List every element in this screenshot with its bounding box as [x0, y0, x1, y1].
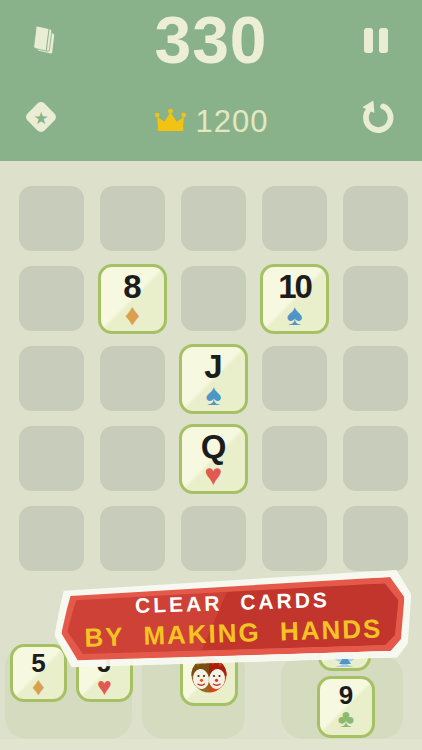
heart-suit-icon: ♥	[205, 460, 223, 490]
board-cell	[262, 426, 327, 491]
club-suit-icon: ♣	[338, 706, 354, 731]
board-card-J-spade[interactable]: J♠	[179, 344, 248, 414]
tray-card-9-club[interactable]: 9♣	[317, 676, 375, 738]
board-cell	[19, 266, 84, 331]
banner-text: CLEAR CARDS BY MAKING HANDS	[53, 569, 414, 668]
goal-value: 1200	[196, 104, 269, 140]
board-cell	[181, 506, 246, 571]
board-cell	[19, 346, 84, 411]
board-cell	[262, 506, 327, 571]
board-cell	[100, 426, 165, 491]
board-cell	[343, 346, 408, 411]
board-cell	[19, 426, 84, 491]
undo-button[interactable]	[358, 100, 396, 134]
pause-icon	[379, 28, 388, 53]
board-cell	[100, 346, 165, 411]
spade-suit-icon: ♠	[287, 300, 303, 330]
board-cell	[181, 186, 246, 251]
board-card-10-spade[interactable]: 10♠	[260, 264, 329, 334]
diamond-suit-icon: ♦	[32, 674, 45, 699]
pause-button[interactable]	[364, 28, 396, 54]
board-cell	[343, 186, 408, 251]
banner-line-2: BY MAKING HANDS	[84, 613, 383, 653]
tutorial-banner: CLEAR CARDS BY MAKING HANDS	[53, 569, 414, 668]
board-cell	[19, 506, 84, 571]
undo-icon	[359, 123, 396, 138]
banner-line-1: CLEAR CARDS	[135, 588, 331, 618]
board-cell	[19, 186, 84, 251]
board-cell	[343, 266, 408, 331]
board-cell	[181, 266, 246, 331]
header-bar: 330 ★ 1200	[0, 0, 422, 161]
board-card-Q-heart[interactable]: Q♥	[179, 424, 248, 494]
board-cell	[262, 346, 327, 411]
board-cell	[343, 506, 408, 571]
diamond-suit-icon: ♦	[125, 300, 140, 330]
heart-suit-icon: ♥	[97, 674, 112, 699]
score-value: 330	[0, 6, 422, 75]
board-cell	[100, 506, 165, 571]
bottom-strip	[0, 739, 422, 750]
pause-icon	[364, 28, 373, 53]
spade-suit-icon: ♠	[206, 380, 222, 410]
board-cell	[343, 426, 408, 491]
board-card-8-diamond[interactable]: 8♦	[98, 264, 167, 334]
board-cell	[100, 186, 165, 251]
game-screen: 330 ★ 1200	[0, 0, 422, 750]
crown-icon	[154, 108, 187, 137]
board-cell	[262, 186, 327, 251]
